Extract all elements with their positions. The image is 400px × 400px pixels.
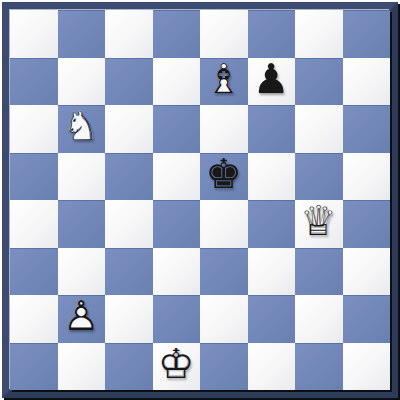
square-d4 xyxy=(153,200,201,248)
square-c3 xyxy=(105,248,153,296)
square-h2 xyxy=(343,295,391,343)
white-king-outline-icon: ♔ xyxy=(158,344,195,385)
square-b5 xyxy=(58,153,106,201)
square-b1 xyxy=(58,343,106,391)
square-g2 xyxy=(295,295,343,343)
square-c2 xyxy=(105,295,153,343)
square-f3 xyxy=(248,248,296,296)
square-c5 xyxy=(105,153,153,201)
square-e4 xyxy=(200,200,248,248)
square-d7 xyxy=(153,58,201,106)
square-f5 xyxy=(248,153,296,201)
square-f2 xyxy=(248,295,296,343)
square-b7 xyxy=(58,58,106,106)
square-g1 xyxy=(295,343,343,391)
square-e5: ♚ xyxy=(200,153,248,201)
square-c7 xyxy=(105,58,153,106)
square-d1: ♚♔ xyxy=(153,343,201,391)
square-a6 xyxy=(10,105,58,153)
square-e8 xyxy=(200,10,248,58)
square-a2 xyxy=(10,295,58,343)
square-b2: ♟♙ xyxy=(58,295,106,343)
white-queen-icon: ♛ xyxy=(300,201,337,242)
square-h4 xyxy=(343,200,391,248)
white-pawn-outline-icon: ♙ xyxy=(63,296,100,337)
square-b4 xyxy=(58,200,106,248)
square-a7 xyxy=(10,58,58,106)
square-g5 xyxy=(295,153,343,201)
page: ♝♗♟♞♘♚♛♕♟♙♚♔ xyxy=(0,0,400,400)
square-a3 xyxy=(10,248,58,296)
white-pawn-piece: ♟♙ xyxy=(58,295,106,343)
black-pawn-icon: ♟ xyxy=(253,59,290,100)
square-g4: ♛♕ xyxy=(295,200,343,248)
white-knight-icon: ♞ xyxy=(63,106,100,147)
square-a1 xyxy=(10,343,58,391)
square-h7 xyxy=(343,58,391,106)
square-c1 xyxy=(105,343,153,391)
square-h3 xyxy=(343,248,391,296)
square-g3 xyxy=(295,248,343,296)
square-c6 xyxy=(105,105,153,153)
square-e1 xyxy=(200,343,248,391)
square-f8 xyxy=(248,10,296,58)
square-g8 xyxy=(295,10,343,58)
square-h5 xyxy=(343,153,391,201)
square-d5 xyxy=(153,153,201,201)
square-f4 xyxy=(248,200,296,248)
black-king-icon: ♚ xyxy=(205,154,242,195)
square-h1 xyxy=(343,343,391,391)
square-d8 xyxy=(153,10,201,58)
square-a8 xyxy=(10,10,58,58)
square-e2 xyxy=(200,295,248,343)
square-a4 xyxy=(10,200,58,248)
black-pawn-piece: ♟ xyxy=(248,58,296,106)
square-a5 xyxy=(10,153,58,201)
white-queen-outline-icon: ♕ xyxy=(300,201,337,242)
white-bishop-piece: ♝♗ xyxy=(200,58,248,106)
black-king-piece: ♚ xyxy=(200,153,248,201)
chess-board-frame: ♝♗♟♞♘♚♛♕♟♙♚♔ xyxy=(2,2,398,398)
white-king-piece: ♚♔ xyxy=(153,343,201,391)
white-bishop-icon: ♝ xyxy=(205,59,242,100)
white-king-icon: ♚ xyxy=(158,344,195,385)
square-d3 xyxy=(153,248,201,296)
square-d2 xyxy=(153,295,201,343)
white-pawn-icon: ♟ xyxy=(63,296,100,337)
square-f7: ♟ xyxy=(248,58,296,106)
square-h6 xyxy=(343,105,391,153)
square-b3 xyxy=(58,248,106,296)
square-f6 xyxy=(248,105,296,153)
square-e7: ♝♗ xyxy=(200,58,248,106)
square-c4 xyxy=(105,200,153,248)
white-knight-piece: ♞♘ xyxy=(58,105,106,153)
square-e3 xyxy=(200,248,248,296)
square-c8 xyxy=(105,10,153,58)
square-g7 xyxy=(295,58,343,106)
white-queen-piece: ♛♕ xyxy=(295,200,343,248)
square-b8 xyxy=(58,10,106,58)
chess-board: ♝♗♟♞♘♚♛♕♟♙♚♔ xyxy=(10,10,390,390)
square-h8 xyxy=(343,10,391,58)
square-f1 xyxy=(248,343,296,391)
square-b6: ♞♘ xyxy=(58,105,106,153)
square-g6 xyxy=(295,105,343,153)
square-d6 xyxy=(153,105,201,153)
white-knight-outline-icon: ♘ xyxy=(63,106,100,147)
square-e6 xyxy=(200,105,248,153)
white-bishop-outline-icon: ♗ xyxy=(205,59,242,100)
